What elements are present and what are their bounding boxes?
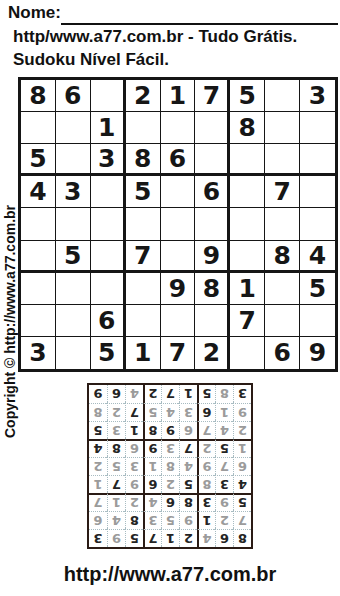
solution-cell: 9 bbox=[161, 421, 179, 439]
puzzle-cell: 9 bbox=[161, 273, 196, 305]
solution-cell: 4 bbox=[143, 493, 161, 511]
puzzle-cell: 5 bbox=[91, 337, 126, 369]
solution-cell: 5 bbox=[125, 529, 143, 547]
puzzle-cell: 7 bbox=[126, 241, 161, 273]
puzzle-cell[interactable] bbox=[91, 80, 126, 112]
puzzle-cell: 2 bbox=[195, 337, 230, 369]
solution-cell: 3 bbox=[125, 457, 143, 475]
solution-cell: 5 bbox=[143, 403, 161, 421]
solution-cell: 1 bbox=[161, 529, 179, 547]
name-label: Nome: bbox=[8, 3, 61, 23]
puzzle-grid: 862175318538643567579849815673517269 bbox=[18, 77, 338, 372]
solution-cell: 7 bbox=[197, 421, 215, 439]
puzzle-cell[interactable] bbox=[56, 208, 91, 240]
solution-cell: 3 bbox=[89, 529, 107, 547]
puzzle-cell: 3 bbox=[21, 337, 56, 369]
solution-cell: 7 bbox=[215, 457, 233, 475]
solution-cell: 5 bbox=[197, 385, 215, 403]
puzzle-cell[interactable] bbox=[265, 80, 300, 112]
solution-cell: 5 bbox=[233, 493, 251, 511]
name-blank-line bbox=[61, 5, 338, 25]
puzzle-cell: 1 bbox=[161, 80, 196, 112]
puzzle-cell[interactable] bbox=[195, 305, 230, 337]
puzzle-cell[interactable] bbox=[56, 305, 91, 337]
puzzle-cell[interactable] bbox=[230, 241, 265, 273]
site-header: http/www.a77.com.br - Tudo Grátis. bbox=[13, 27, 297, 47]
copyright-text: Copyright © http://www.a77.com.br bbox=[2, 205, 18, 438]
solution-cell: 9 bbox=[125, 475, 143, 493]
puzzle-cell: 6 bbox=[161, 144, 196, 176]
solution-cell: 2 bbox=[233, 421, 251, 439]
solution-cell: 2 bbox=[215, 511, 233, 529]
puzzle-cell[interactable] bbox=[230, 337, 265, 369]
puzzle-cell: 6 bbox=[56, 80, 91, 112]
puzzle-cell[interactable] bbox=[91, 273, 126, 305]
solution-cell: 6 bbox=[125, 439, 143, 457]
puzzle-cell[interactable] bbox=[265, 112, 300, 144]
puzzle-cell[interactable] bbox=[126, 208, 161, 240]
puzzle-cell[interactable] bbox=[265, 273, 300, 305]
puzzle-cell[interactable] bbox=[56, 273, 91, 305]
solution-cell: 8 bbox=[161, 457, 179, 475]
puzzle-cell: 1 bbox=[126, 337, 161, 369]
solution-cell: 3 bbox=[107, 421, 125, 439]
puzzle-cell: 6 bbox=[265, 337, 300, 369]
puzzle-cell: 6 bbox=[195, 176, 230, 208]
solution-cell: 6 bbox=[161, 493, 179, 511]
puzzle-cell: 8 bbox=[265, 241, 300, 273]
puzzle-cell[interactable] bbox=[195, 112, 230, 144]
solution-cell: 6 bbox=[197, 403, 215, 421]
solution-cell: 7 bbox=[233, 511, 251, 529]
solution-cell: 4 bbox=[197, 529, 215, 547]
solution-cell: 8 bbox=[125, 511, 143, 529]
puzzle-cell[interactable] bbox=[56, 144, 91, 176]
puzzle-cell[interactable] bbox=[265, 305, 300, 337]
puzzle-cell: 1 bbox=[91, 112, 126, 144]
puzzle-cell: 9 bbox=[300, 337, 335, 369]
puzzle-cell[interactable] bbox=[161, 305, 196, 337]
solution-cell: 6 bbox=[215, 529, 233, 547]
puzzle-cell[interactable] bbox=[91, 241, 126, 273]
solution-cell: 8 bbox=[89, 403, 107, 421]
puzzle-cell[interactable] bbox=[265, 208, 300, 240]
puzzle-cell: 5 bbox=[126, 176, 161, 208]
puzzle-cell[interactable] bbox=[161, 208, 196, 240]
solution-cell: 1 bbox=[197, 511, 215, 529]
solution-cell: 4 bbox=[179, 457, 197, 475]
solution-cell: 1 bbox=[125, 421, 143, 439]
solution-cell: 2 bbox=[107, 403, 125, 421]
solution-cell: 5 bbox=[107, 457, 125, 475]
solution-cell: 5 bbox=[89, 421, 107, 439]
solution-cell: 1 bbox=[215, 403, 233, 421]
puzzle-cell[interactable] bbox=[21, 273, 56, 305]
puzzle-cell: 8 bbox=[126, 144, 161, 176]
solution-cell: 7 bbox=[161, 385, 179, 403]
solution-cell: 7 bbox=[89, 493, 107, 511]
puzzle-cell: 4 bbox=[21, 176, 56, 208]
puzzle-cell[interactable] bbox=[161, 176, 196, 208]
solution-cell: 7 bbox=[107, 475, 125, 493]
puzzle-cell: 5 bbox=[300, 273, 335, 305]
puzzle-level-title: Sudoku Nível Fácil. bbox=[13, 50, 169, 70]
solution-cell: 2 bbox=[89, 457, 107, 475]
solution-cell: 4 bbox=[125, 385, 143, 403]
solution-cell: 8 bbox=[233, 529, 251, 547]
puzzle-cell[interactable] bbox=[300, 208, 335, 240]
puzzle-cell[interactable] bbox=[300, 112, 335, 144]
solution-cell: 8 bbox=[197, 475, 215, 493]
puzzle-cell: 9 bbox=[195, 241, 230, 273]
solution-cell: 6 bbox=[143, 475, 161, 493]
puzzle-cell[interactable] bbox=[56, 112, 91, 144]
solution-cell: 7 bbox=[125, 403, 143, 421]
solution-cell: 3 bbox=[143, 511, 161, 529]
solution-cell: 2 bbox=[125, 493, 143, 511]
solution-cell: 6 bbox=[233, 457, 251, 475]
solution-cell: 7 bbox=[143, 529, 161, 547]
solution-cell: 7 bbox=[179, 439, 197, 457]
solution-cell: 4 bbox=[215, 421, 233, 439]
solution-cell: 4 bbox=[107, 511, 125, 529]
solution-grid: 8642175937219538465938642174385269716794… bbox=[87, 383, 253, 549]
solution-cell: 1 bbox=[89, 475, 107, 493]
puzzle-cell[interactable] bbox=[161, 112, 196, 144]
solution-cell: 2 bbox=[143, 385, 161, 403]
solution-cell: 1 bbox=[233, 439, 251, 457]
solution-cell: 6 bbox=[179, 421, 197, 439]
puzzle-cell: 6 bbox=[91, 305, 126, 337]
solution-cell: 4 bbox=[233, 475, 251, 493]
solution-cell: 4 bbox=[161, 403, 179, 421]
puzzle-cell[interactable] bbox=[91, 208, 126, 240]
solution-cell: 3 bbox=[161, 439, 179, 457]
footer-url: http://www.a77.com.br bbox=[0, 563, 340, 586]
solution-cell: 9 bbox=[107, 529, 125, 547]
puzzle-cell[interactable] bbox=[265, 144, 300, 176]
puzzle-cell[interactable] bbox=[21, 208, 56, 240]
solution-cell: 5 bbox=[215, 439, 233, 457]
puzzle-cell: 7 bbox=[161, 337, 196, 369]
puzzle-cell[interactable] bbox=[300, 305, 335, 337]
solution-cell: 1 bbox=[179, 385, 197, 403]
puzzle-cell: 7 bbox=[195, 80, 230, 112]
solution-cell: 2 bbox=[197, 439, 215, 457]
puzzle-cell[interactable] bbox=[21, 112, 56, 144]
puzzle-cell[interactable] bbox=[126, 273, 161, 305]
puzzle-cell: 8 bbox=[195, 273, 230, 305]
solution-cell: 9 bbox=[143, 439, 161, 457]
puzzle-cell: 2 bbox=[126, 80, 161, 112]
solution-cell: 3 bbox=[233, 385, 251, 403]
puzzle-cell[interactable] bbox=[126, 305, 161, 337]
puzzle-cell: 3 bbox=[56, 176, 91, 208]
solution-cell: 9 bbox=[215, 493, 233, 511]
solution-cell: 2 bbox=[179, 529, 197, 547]
puzzle-cell: 5 bbox=[230, 80, 265, 112]
solution-cell: 8 bbox=[107, 439, 125, 457]
solution-cell: 8 bbox=[179, 493, 197, 511]
solution-cell: 1 bbox=[107, 493, 125, 511]
puzzle-cell: 3 bbox=[300, 80, 335, 112]
puzzle-cell[interactable] bbox=[195, 144, 230, 176]
solution-cell: 9 bbox=[197, 457, 215, 475]
solution-cell: 3 bbox=[179, 403, 197, 421]
solution-cell: 1 bbox=[143, 457, 161, 475]
puzzle-cell[interactable] bbox=[300, 176, 335, 208]
solution-cell: 6 bbox=[89, 511, 107, 529]
puzzle-cell: 7 bbox=[230, 305, 265, 337]
solution-cell: 9 bbox=[233, 403, 251, 421]
solution-cell: 3 bbox=[197, 493, 215, 511]
puzzle-cell: 1 bbox=[230, 273, 265, 305]
puzzle-cell[interactable] bbox=[126, 112, 161, 144]
puzzle-cell[interactable] bbox=[230, 144, 265, 176]
puzzle-cell[interactable] bbox=[21, 305, 56, 337]
solution-cell: 9 bbox=[89, 385, 107, 403]
sudoku-sheet: Nome: http/www.a77.com.br - Tudo Grátis.… bbox=[0, 0, 340, 596]
puzzle-cell[interactable] bbox=[56, 337, 91, 369]
solution-cell: 6 bbox=[107, 385, 125, 403]
puzzle-cell[interactable] bbox=[195, 208, 230, 240]
puzzle-cell: 7 bbox=[265, 176, 300, 208]
solution-cell: 8 bbox=[143, 421, 161, 439]
puzzle-cell[interactable] bbox=[21, 241, 56, 273]
solution-cell: 5 bbox=[179, 475, 197, 493]
puzzle-cell: 5 bbox=[56, 241, 91, 273]
solution-cell: 5 bbox=[161, 511, 179, 529]
solution-cell: 3 bbox=[215, 475, 233, 493]
puzzle-cell: 8 bbox=[230, 112, 265, 144]
puzzle-cell[interactable] bbox=[91, 176, 126, 208]
solution-cell: 4 bbox=[89, 439, 107, 457]
solution-cell: 8 bbox=[215, 385, 233, 403]
puzzle-cell[interactable] bbox=[300, 144, 335, 176]
puzzle-cell: 8 bbox=[21, 80, 56, 112]
puzzle-cell[interactable] bbox=[230, 208, 265, 240]
solution-cell: 2 bbox=[161, 475, 179, 493]
puzzle-cell[interactable] bbox=[230, 176, 265, 208]
puzzle-cell: 3 bbox=[91, 144, 126, 176]
solution-cell: 9 bbox=[179, 511, 197, 529]
puzzle-cell[interactable] bbox=[161, 241, 196, 273]
puzzle-cell: 4 bbox=[300, 241, 335, 273]
puzzle-cell: 5 bbox=[21, 144, 56, 176]
